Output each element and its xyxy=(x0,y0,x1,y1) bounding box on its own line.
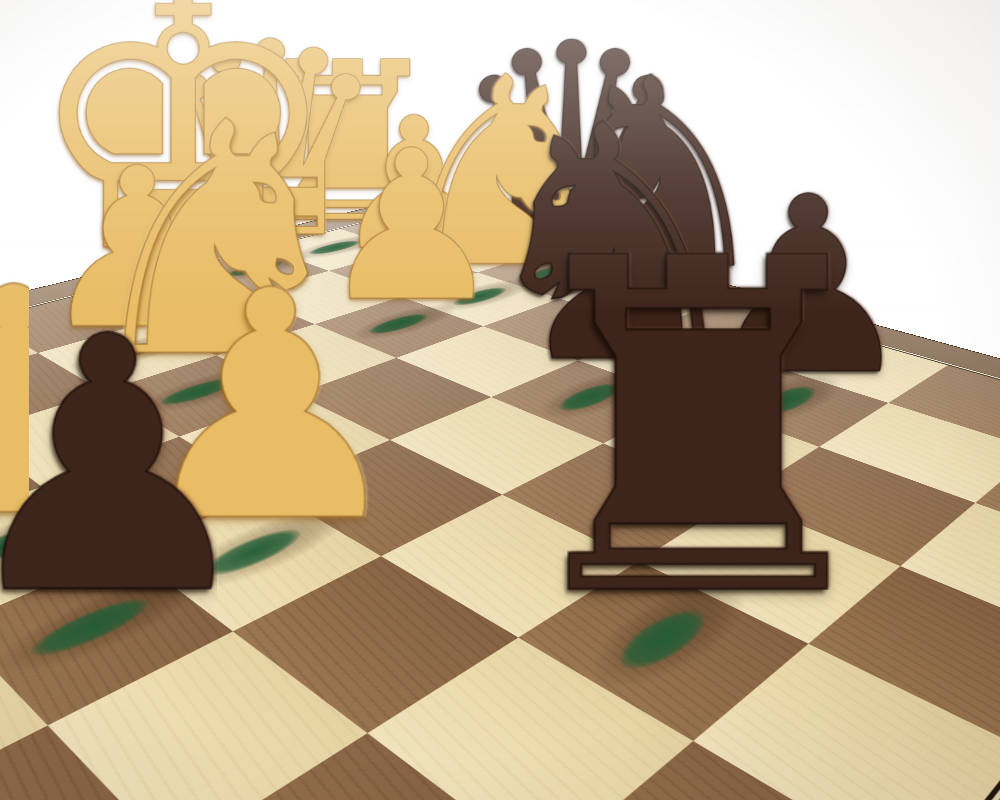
black-rook-icon: ♜ xyxy=(280,200,1000,659)
scene-3d: ♚♛♜♟♟♞♟♞♟♟♛♞♞♟♟♜ xyxy=(0,0,1000,800)
chess-board: ♚♛♜♟♟♞♟♞♟♟♛♞♞♟♟♜ xyxy=(0,198,1000,800)
pieces-layer: ♚♛♜♟♟♞♟♞♟♟♛♞♞♟♟♜ xyxy=(0,212,1000,800)
chess-set-photo: ♚♛♜♟♟♞♟♞♟♟♛♞♞♟♟♜ xyxy=(0,0,1000,800)
